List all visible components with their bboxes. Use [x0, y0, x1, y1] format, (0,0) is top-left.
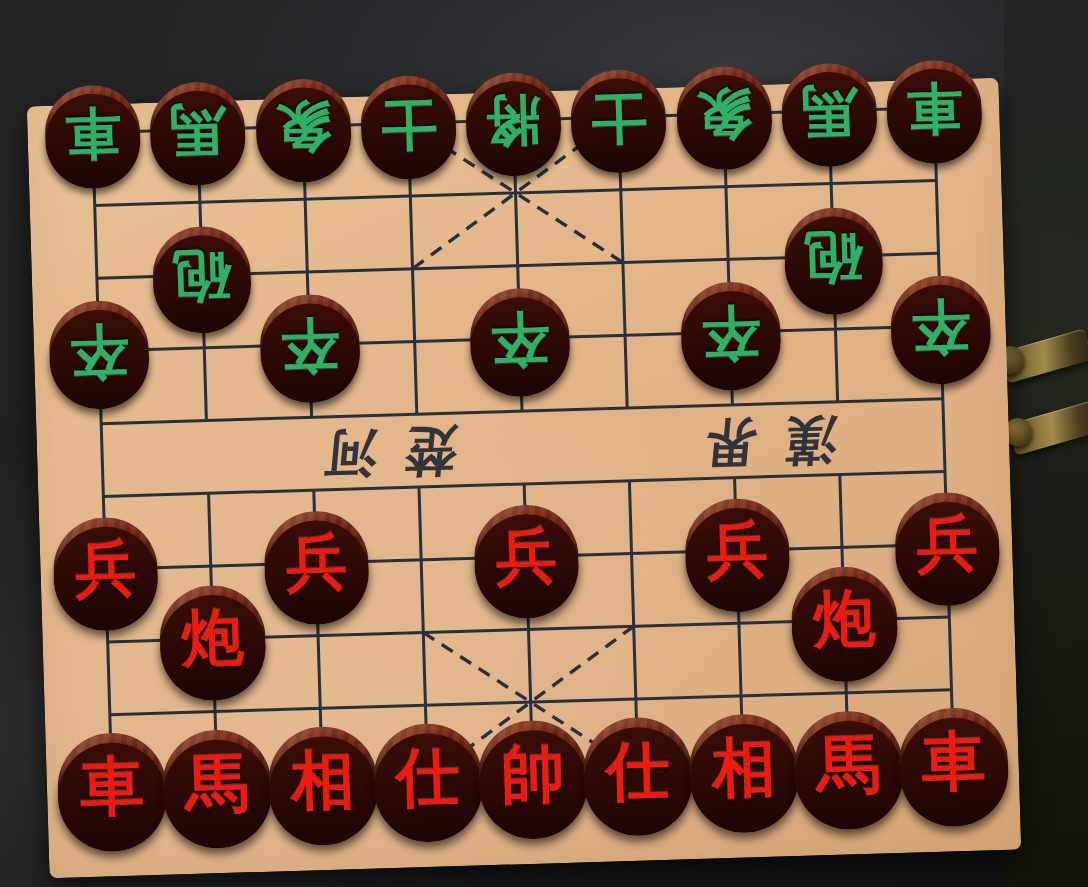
piece-black-elephant[interactable]: 象: [254, 78, 352, 176]
piece-black-elephant[interactable]: 象: [675, 65, 773, 163]
piece-red-elephant[interactable]: 相: [687, 713, 799, 825]
piece-glyph: 兵: [894, 491, 1001, 598]
piece-black-advisor[interactable]: 士: [359, 74, 457, 172]
piece-glyph: 車: [44, 84, 142, 182]
pieces-layer: 車馬象士將士象馬車砲砲卒卒卒卒卒兵兵兵兵兵炮炮車馬相仕帥仕相馬車: [27, 78, 1021, 878]
piece-glyph: 砲: [152, 225, 253, 326]
piece-glyph: 車: [898, 706, 1010, 818]
piece-glyph: 車: [56, 731, 168, 843]
piece-black-chariot[interactable]: 車: [44, 84, 142, 182]
piece-red-general[interactable]: 帥: [477, 719, 589, 831]
piece-red-soldier[interactable]: 兵: [473, 503, 580, 610]
piece-glyph: 象: [254, 78, 352, 176]
piece-glyph: 兵: [52, 516, 159, 623]
piece-glyph: 馬: [780, 62, 878, 160]
piece-glyph: 仕: [582, 716, 694, 828]
piece-red-horse[interactable]: 馬: [161, 728, 273, 840]
piece-black-horse[interactable]: 馬: [149, 81, 247, 179]
piece-glyph: 兵: [262, 509, 369, 616]
piece-red-cannon[interactable]: 炮: [159, 584, 268, 693]
piece-black-soldier[interactable]: 卒: [48, 300, 150, 402]
piece-red-soldier[interactable]: 兵: [683, 497, 790, 604]
piece-black-soldier[interactable]: 卒: [679, 281, 781, 383]
piece-glyph: 相: [267, 725, 379, 837]
piece-glyph: 卒: [469, 287, 571, 389]
piece-glyph: 炮: [790, 566, 899, 675]
piece-glyph: 卒: [258, 293, 360, 395]
piece-red-chariot[interactable]: 車: [898, 706, 1010, 818]
piece-glyph: 車: [885, 59, 983, 157]
piece-black-soldier[interactable]: 卒: [469, 287, 571, 389]
piece-red-horse[interactable]: 馬: [793, 710, 905, 822]
piece-black-chariot[interactable]: 車: [885, 59, 983, 157]
piece-red-advisor[interactable]: 仕: [582, 716, 694, 828]
brass-clasp-icon: [1007, 400, 1088, 455]
piece-glyph: 卒: [48, 300, 150, 402]
piece-black-soldier[interactable]: 卒: [889, 275, 991, 377]
piece-glyph: 相: [687, 713, 799, 825]
piece-black-horse[interactable]: 馬: [780, 62, 878, 160]
piece-red-advisor[interactable]: 仕: [372, 722, 484, 834]
piece-glyph: 卒: [889, 275, 991, 377]
piece-red-cannon[interactable]: 炮: [790, 566, 899, 675]
piece-black-advisor[interactable]: 士: [570, 68, 668, 166]
board: 楚河 漢界 車馬象士將士象馬車砲砲卒卒卒卒卒兵兵兵兵兵炮炮車馬相仕帥仕相馬車: [27, 78, 1021, 878]
piece-glyph: 馬: [793, 710, 905, 822]
piece-glyph: 炮: [159, 584, 268, 693]
piece-glyph: 馬: [149, 81, 247, 179]
piece-glyph: 將: [465, 71, 563, 169]
piece-glyph: 砲: [783, 206, 884, 307]
table-surface: 楚河 漢界 車馬象士將士象馬車砲砲卒卒卒卒卒兵兵兵兵兵炮炮車馬相仕帥仕相馬車: [0, 0, 1088, 887]
piece-black-soldier[interactable]: 卒: [258, 293, 360, 395]
piece-glyph: 帥: [477, 719, 589, 831]
piece-glyph: 士: [359, 74, 457, 172]
piece-glyph: 卒: [679, 281, 781, 383]
piece-red-soldier[interactable]: 兵: [52, 516, 159, 623]
piece-black-general[interactable]: 將: [465, 71, 563, 169]
piece-black-cannon[interactable]: 砲: [152, 225, 253, 326]
piece-glyph: 兵: [473, 503, 580, 610]
piece-red-soldier[interactable]: 兵: [262, 509, 369, 616]
box-latch-hardware: [1002, 326, 1088, 484]
brass-clasp-icon: [999, 328, 1088, 383]
piece-red-chariot[interactable]: 車: [56, 731, 168, 843]
piece-glyph: 馬: [161, 728, 273, 840]
piece-glyph: 士: [570, 68, 668, 166]
piece-glyph: 仕: [372, 722, 484, 834]
piece-glyph: 象: [675, 65, 773, 163]
piece-black-cannon[interactable]: 砲: [783, 206, 884, 307]
piece-red-elephant[interactable]: 相: [267, 725, 379, 837]
piece-red-soldier[interactable]: 兵: [894, 491, 1001, 598]
piece-glyph: 兵: [683, 497, 790, 604]
